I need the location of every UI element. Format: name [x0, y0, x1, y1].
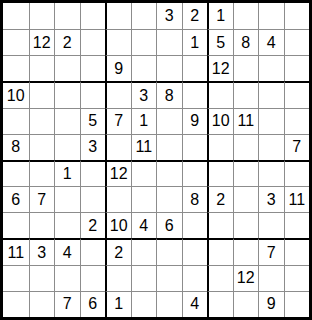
cell-r8c10[interactable]	[233, 186, 259, 212]
cell-r6c1[interactable]: 8	[3, 134, 29, 160]
cell-r5c2[interactable]	[29, 108, 55, 134]
cell-r8c6[interactable]	[131, 186, 157, 212]
cell-r3c10[interactable]	[233, 55, 259, 81]
cell-r7c3[interactable]: 1	[54, 160, 80, 186]
cell-r7c2[interactable]	[29, 160, 55, 186]
cell-r5c7[interactable]	[156, 108, 182, 134]
cell-r6c8[interactable]	[182, 134, 208, 160]
cell-r11c7[interactable]	[156, 265, 182, 291]
cell-r10c5[interactable]: 2	[105, 238, 131, 264]
cell-r1c1[interactable]	[3, 3, 29, 29]
cell-r1c5[interactable]	[105, 3, 131, 29]
cell-r4c1[interactable]: 10	[3, 81, 29, 107]
cell-r11c11[interactable]	[258, 265, 284, 291]
cell-r8c12[interactable]: 11	[284, 186, 310, 212]
cell-r5c11[interactable]	[258, 108, 284, 134]
cell-r7c12[interactable]	[284, 160, 310, 186]
cell-r7c5[interactable]: 12	[105, 160, 131, 186]
cell-r12c9[interactable]	[207, 291, 233, 317]
cell-r5c12[interactable]	[284, 108, 310, 134]
cell-r12c5[interactable]: 1	[105, 291, 131, 317]
cell-r6c6[interactable]: 11	[131, 134, 157, 160]
cell-r1c11[interactable]	[258, 3, 284, 29]
cell-r1c6[interactable]	[131, 3, 157, 29]
cell-r9c12[interactable]	[284, 212, 310, 238]
cell-r6c11[interactable]	[258, 134, 284, 160]
cell-r8c1[interactable]: 6	[3, 186, 29, 212]
cell-r9c8[interactable]	[182, 212, 208, 238]
cell-r12c6[interactable]	[131, 291, 157, 317]
cell-r3c3[interactable]	[54, 55, 80, 81]
cell-r3c5[interactable]: 9	[105, 55, 131, 81]
cell-r11c4[interactable]	[80, 265, 106, 291]
cell-r7c10[interactable]	[233, 160, 259, 186]
cell-r4c4[interactable]	[80, 81, 106, 107]
cell-r8c7[interactable]	[156, 186, 182, 212]
cell-r2c8[interactable]: 1	[182, 29, 208, 55]
cell-r2c12[interactable]	[284, 29, 310, 55]
cell-r2c6[interactable]	[131, 29, 157, 55]
cell-r7c11[interactable]	[258, 160, 284, 186]
cell-r5c9[interactable]: 10	[207, 108, 233, 134]
cell-r1c8[interactable]: 2	[182, 3, 208, 29]
cell-r2c10[interactable]: 8	[233, 29, 259, 55]
cell-r1c10[interactable]	[233, 3, 259, 29]
cell-r8c2[interactable]: 7	[29, 186, 55, 212]
cell-r4c6[interactable]: 3	[131, 81, 157, 107]
cell-r10c3[interactable]: 4	[54, 238, 80, 264]
cell-r1c2[interactable]	[29, 3, 55, 29]
cell-r1c4[interactable]	[80, 3, 106, 29]
cell-r9c9[interactable]	[207, 212, 233, 238]
cell-r4c8[interactable]	[182, 81, 208, 107]
cell-r3c8[interactable]	[182, 55, 208, 81]
cell-r12c3[interactable]: 7	[54, 291, 80, 317]
cell-r1c7[interactable]: 3	[156, 3, 182, 29]
cell-r7c7[interactable]	[156, 160, 182, 186]
cell-r3c1[interactable]	[3, 55, 29, 81]
cell-r12c8[interactable]: 4	[182, 291, 208, 317]
cell-r6c3[interactable]	[54, 134, 80, 160]
cell-r2c1[interactable]	[3, 29, 29, 55]
cell-r12c12[interactable]	[284, 291, 310, 317]
cell-r11c3[interactable]	[54, 265, 80, 291]
cell-r12c10[interactable]	[233, 291, 259, 317]
sudoku-board: 3211221584912103857191011831171126782311…	[0, 0, 312, 320]
cell-r9c4[interactable]: 2	[80, 212, 106, 238]
cell-r4c11[interactable]	[258, 81, 284, 107]
cell-r9c5[interactable]: 10	[105, 212, 131, 238]
cell-r11c1[interactable]	[3, 265, 29, 291]
cell-r9c10[interactable]	[233, 212, 259, 238]
cell-r12c7[interactable]	[156, 291, 182, 317]
cell-r8c4[interactable]	[80, 186, 106, 212]
cell-r6c9[interactable]	[207, 134, 233, 160]
cell-r12c1[interactable]	[3, 291, 29, 317]
cell-r11c5[interactable]	[105, 265, 131, 291]
cell-r2c7[interactable]	[156, 29, 182, 55]
cell-r3c2[interactable]	[29, 55, 55, 81]
cell-r2c9[interactable]: 5	[207, 29, 233, 55]
cell-r10c4[interactable]	[80, 238, 106, 264]
cell-r5c8[interactable]: 9	[182, 108, 208, 134]
cell-r4c3[interactable]	[54, 81, 80, 107]
cell-r5c3[interactable]	[54, 108, 80, 134]
cell-r6c4[interactable]: 3	[80, 134, 106, 160]
cell-r5c1[interactable]	[3, 108, 29, 134]
cell-r10c9[interactable]	[207, 238, 233, 264]
cell-r4c9[interactable]	[207, 81, 233, 107]
cell-r11c12[interactable]	[284, 265, 310, 291]
cell-r10c11[interactable]: 7	[258, 238, 284, 264]
cell-r11c10[interactable]: 12	[233, 265, 259, 291]
cell-r3c12[interactable]	[284, 55, 310, 81]
cell-r6c10[interactable]	[233, 134, 259, 160]
cell-r5c4[interactable]: 5	[80, 108, 106, 134]
cell-r9c6[interactable]: 4	[131, 212, 157, 238]
cell-r2c4[interactable]	[80, 29, 106, 55]
cell-r3c11[interactable]	[258, 55, 284, 81]
cell-r2c2[interactable]: 12	[29, 29, 55, 55]
cell-r11c8[interactable]	[182, 265, 208, 291]
cell-r3c4[interactable]	[80, 55, 106, 81]
cell-r2c5[interactable]	[105, 29, 131, 55]
cell-r7c8[interactable]	[182, 160, 208, 186]
cell-r9c7[interactable]: 6	[156, 212, 182, 238]
cell-r7c1[interactable]	[3, 160, 29, 186]
cell-r7c9[interactable]	[207, 160, 233, 186]
cell-r4c5[interactable]	[105, 81, 131, 107]
cell-r10c1[interactable]: 11	[3, 238, 29, 264]
cell-r6c2[interactable]	[29, 134, 55, 160]
cell-r5c6[interactable]: 1	[131, 108, 157, 134]
cell-r5c10[interactable]: 11	[233, 108, 259, 134]
cell-r3c7[interactable]	[156, 55, 182, 81]
cell-r8c5[interactable]	[105, 186, 131, 212]
cell-r8c11[interactable]: 3	[258, 186, 284, 212]
cell-r4c7[interactable]: 8	[156, 81, 182, 107]
cell-r7c4[interactable]	[80, 160, 106, 186]
cell-r4c2[interactable]	[29, 81, 55, 107]
cell-r10c12[interactable]	[284, 238, 310, 264]
cell-r1c3[interactable]	[54, 3, 80, 29]
cell-r11c2[interactable]	[29, 265, 55, 291]
cell-r6c5[interactable]	[105, 134, 131, 160]
cell-r4c12[interactable]	[284, 81, 310, 107]
cell-r10c8[interactable]	[182, 238, 208, 264]
cell-r10c6[interactable]	[131, 238, 157, 264]
cell-r8c9[interactable]: 2	[207, 186, 233, 212]
cell-r10c2[interactable]: 3	[29, 238, 55, 264]
cell-r11c9[interactable]	[207, 265, 233, 291]
cell-r12c4[interactable]: 6	[80, 291, 106, 317]
cell-r3c6[interactable]	[131, 55, 157, 81]
cell-r9c1[interactable]	[3, 212, 29, 238]
cell-r1c12[interactable]	[284, 3, 310, 29]
cell-r9c3[interactable]	[54, 212, 80, 238]
cell-r6c12[interactable]: 7	[284, 134, 310, 160]
cell-r2c3[interactable]: 2	[54, 29, 80, 55]
cell-r7c6[interactable]	[131, 160, 157, 186]
cell-r8c3[interactable]	[54, 186, 80, 212]
cell-r10c10[interactable]	[233, 238, 259, 264]
cell-r12c2[interactable]	[29, 291, 55, 317]
cell-r6c7[interactable]	[156, 134, 182, 160]
cell-r4c10[interactable]	[233, 81, 259, 107]
cell-r5c5[interactable]: 7	[105, 108, 131, 134]
cell-r2c11[interactable]: 4	[258, 29, 284, 55]
cell-r12c11[interactable]: 9	[258, 291, 284, 317]
cell-r1c9[interactable]: 1	[207, 3, 233, 29]
cell-r9c2[interactable]	[29, 212, 55, 238]
cell-r8c8[interactable]: 8	[182, 186, 208, 212]
cell-r10c7[interactable]	[156, 238, 182, 264]
cell-r3c9[interactable]: 12	[207, 55, 233, 81]
cell-r9c11[interactable]	[258, 212, 284, 238]
cell-r11c6[interactable]	[131, 265, 157, 291]
